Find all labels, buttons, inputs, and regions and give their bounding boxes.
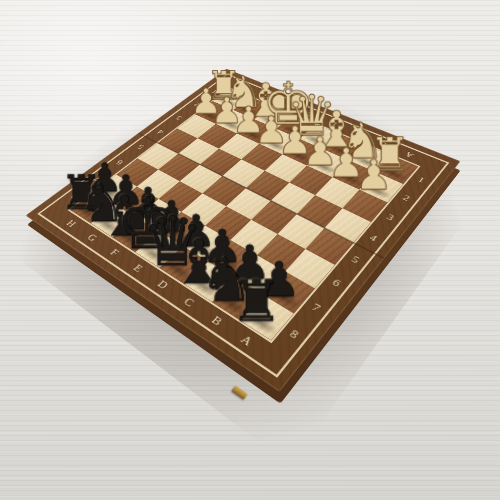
black-rook-a8[interactable]: ♜ xyxy=(241,295,294,340)
photo-background: { "game": "chess", "scene_caption": "Woo… xyxy=(0,0,500,500)
white-pawn-a2[interactable]: ♟ xyxy=(359,172,403,203)
piece-glyph: ♟ xyxy=(335,154,412,195)
chess-board-3d: HGFEDCBA HGFEDCBA 12345678 12345678 ♜♞♝♛… xyxy=(26,69,461,392)
piece-glyph: ♜ xyxy=(210,272,303,329)
chess-board: HGFEDCBA HGFEDCBA 12345678 12345678 ♜♞♝♛… xyxy=(26,69,461,392)
scene: HGFEDCBA HGFEDCBA 12345678 12345678 ♜♞♝♛… xyxy=(0,0,500,500)
